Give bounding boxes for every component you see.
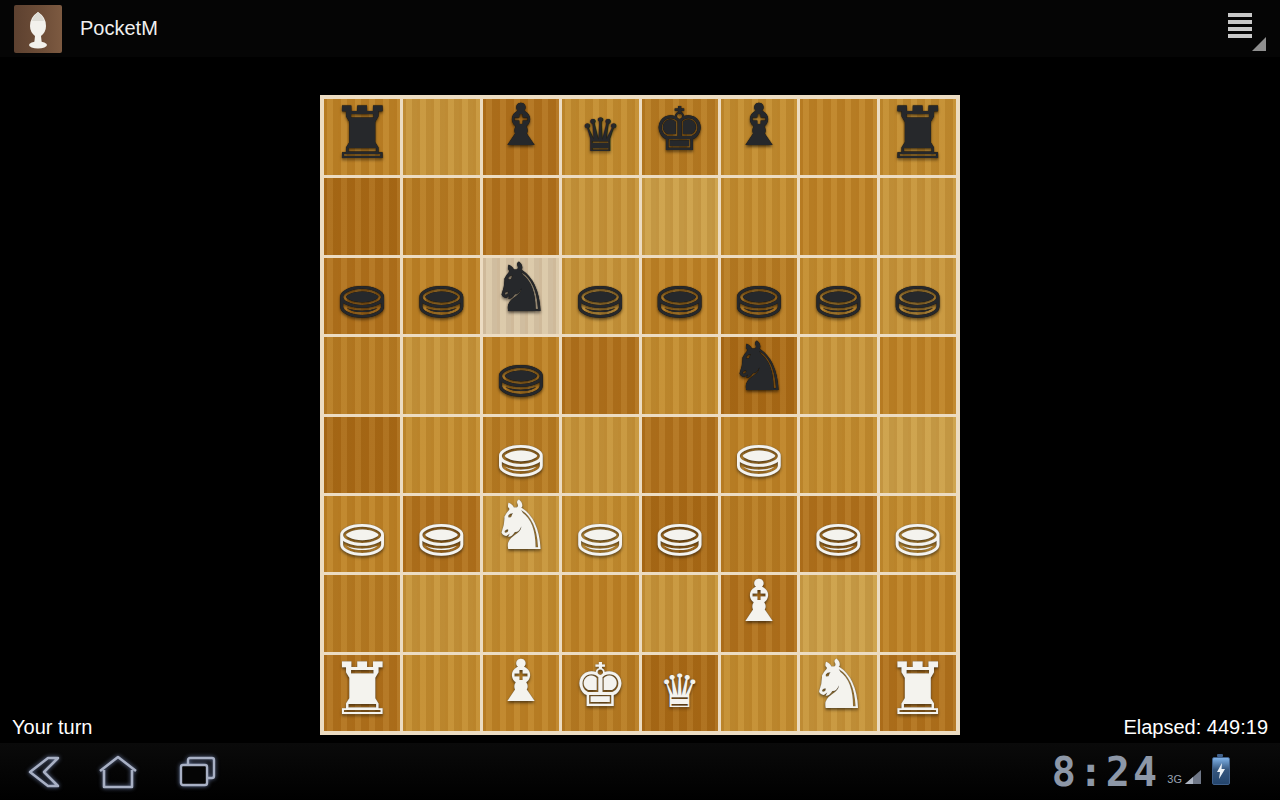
board-frame: ♜♝♛♚♝♜⛂⛂♞⛂⛂⛂⛂⛂⛂♞⛂⛂⛂⛂♞⛂⛂⛂⛂♝♜♝♚♛♞♜ [320, 95, 960, 735]
square-g7[interactable] [800, 178, 876, 254]
white-knight-c3[interactable]: ♞ [490, 492, 551, 560]
square-f2[interactable]: ♝ [721, 575, 797, 651]
app-title: PocketM [80, 0, 158, 57]
square-h7[interactable] [880, 178, 956, 254]
menu-bar [1228, 27, 1252, 31]
square-g2[interactable] [800, 575, 876, 651]
black-knight-c6[interactable]: ♞ [490, 254, 551, 322]
square-a3[interactable]: ⛂ [324, 496, 400, 572]
black-pawn-d6[interactable]: ⛂ [576, 269, 625, 327]
charging-bolt-icon [1216, 763, 1226, 779]
square-a7[interactable] [324, 178, 400, 254]
square-g8[interactable] [800, 99, 876, 175]
white-queen-e1[interactable]: ♛ [659, 668, 700, 714]
makruk-board: ♜♝♛♚♝♜⛂⛂♞⛂⛂⛂⛂⛂⛂♞⛂⛂⛂⛂♞⛂⛂⛂⛂♝♜♝♚♛♞♜ [324, 99, 956, 731]
square-c2[interactable] [483, 575, 559, 651]
square-h3[interactable]: ⛂ [880, 496, 956, 572]
back-icon [20, 754, 64, 790]
signal-strength-icon [1184, 769, 1202, 785]
white-rook-h1[interactable]: ♜ [886, 653, 951, 725]
white-pawn-h3[interactable]: ⛂ [894, 507, 943, 565]
square-g4[interactable] [800, 417, 876, 493]
square-e6[interactable]: ⛂ [642, 258, 718, 334]
square-a6[interactable]: ⛂ [324, 258, 400, 334]
black-pawn-a6[interactable]: ⛂ [338, 269, 387, 327]
white-pawn-f4[interactable]: ⛂ [735, 428, 784, 486]
square-d2[interactable] [562, 575, 638, 651]
black-bishop-c8[interactable]: ♝ [495, 96, 547, 154]
square-f3[interactable] [721, 496, 797, 572]
black-bishop-f8[interactable]: ♝ [733, 96, 785, 154]
square-f6[interactable]: ⛂ [721, 258, 797, 334]
square-f8[interactable]: ♝ [721, 99, 797, 175]
white-pawn-e3[interactable]: ⛂ [655, 507, 704, 565]
square-e2[interactable] [642, 575, 718, 651]
white-pawn-a3[interactable]: ⛂ [338, 507, 387, 565]
turn-status: Your turn [12, 716, 92, 739]
white-rook-a1[interactable]: ♜ [330, 653, 395, 725]
square-c6[interactable]: ♞ [483, 258, 559, 334]
battery-icon[interactable] [1212, 757, 1230, 785]
black-pawn-f6[interactable]: ⛂ [735, 269, 784, 327]
recent-apps-button[interactable] [166, 752, 230, 792]
square-c3[interactable]: ♞ [483, 496, 559, 572]
menu-bar [1228, 13, 1252, 17]
square-a5[interactable] [324, 337, 400, 413]
status-row: Your turn Elapsed: 449:19 [0, 712, 1280, 746]
action-bar: PocketM [0, 0, 1280, 57]
black-pawn-g6[interactable]: ⛂ [814, 269, 863, 327]
menu-bar [1228, 34, 1252, 38]
square-f5[interactable]: ♞ [721, 337, 797, 413]
square-b5[interactable] [403, 337, 479, 413]
black-knight-f5[interactable]: ♞ [729, 333, 790, 401]
black-pawn-h6[interactable]: ⛂ [894, 269, 943, 327]
square-b2[interactable] [403, 575, 479, 651]
home-button[interactable] [86, 752, 150, 792]
white-pawn-b3[interactable]: ⛂ [417, 507, 466, 565]
white-pawn-c4[interactable]: ⛂ [497, 428, 546, 486]
square-h8[interactable]: ♜ [880, 99, 956, 175]
square-a1[interactable]: ♜ [324, 655, 400, 731]
home-icon [95, 753, 141, 791]
system-clock[interactable]: 8:24 [1052, 749, 1160, 795]
square-d7[interactable] [562, 178, 638, 254]
black-pawn-b6[interactable]: ⛂ [417, 269, 466, 327]
square-b7[interactable] [403, 178, 479, 254]
square-g1[interactable]: ♞ [800, 655, 876, 731]
square-b6[interactable]: ⛂ [403, 258, 479, 334]
square-h4[interactable] [880, 417, 956, 493]
square-e5[interactable] [642, 337, 718, 413]
black-queen-d8[interactable]: ♛ [580, 112, 621, 158]
square-a4[interactable] [324, 417, 400, 493]
square-d6[interactable]: ⛂ [562, 258, 638, 334]
square-e7[interactable] [642, 178, 718, 254]
white-knight-g1[interactable]: ♞ [808, 651, 869, 719]
square-e4[interactable] [642, 417, 718, 493]
square-h5[interactable] [880, 337, 956, 413]
white-pawn-g3[interactable]: ⛂ [814, 507, 863, 565]
square-d8[interactable]: ♛ [562, 99, 638, 175]
white-bishop-f2[interactable]: ♝ [733, 572, 785, 630]
menu-corner-triangle [1252, 37, 1266, 51]
black-rook-a8[interactable]: ♜ [330, 97, 395, 169]
square-b4[interactable] [403, 417, 479, 493]
recent-apps-icon [176, 754, 220, 790]
square-g5[interactable] [800, 337, 876, 413]
square-g6[interactable]: ⛂ [800, 258, 876, 334]
network-indicator[interactable]: 3G [1167, 769, 1202, 785]
black-rook-h8[interactable]: ♜ [886, 97, 951, 169]
square-h6[interactable]: ⛂ [880, 258, 956, 334]
square-a2[interactable] [324, 575, 400, 651]
square-d5[interactable] [562, 337, 638, 413]
white-bishop-c1[interactable]: ♝ [495, 652, 547, 710]
square-c8[interactable]: ♝ [483, 99, 559, 175]
square-f7[interactable] [721, 178, 797, 254]
square-e3[interactable]: ⛂ [642, 496, 718, 572]
square-c4[interactable]: ⛂ [483, 417, 559, 493]
white-pawn-d3[interactable]: ⛂ [576, 507, 625, 565]
network-type-label: 3G [1167, 773, 1182, 785]
square-b8[interactable] [403, 99, 479, 175]
square-b3[interactable]: ⛂ [403, 496, 479, 572]
black-pawn-e6[interactable]: ⛂ [655, 269, 704, 327]
square-d4[interactable] [562, 417, 638, 493]
makruk-piece-icon [21, 9, 55, 49]
square-f4[interactable]: ⛂ [721, 417, 797, 493]
square-h2[interactable] [880, 575, 956, 651]
elapsed-time: Elapsed: 449:19 [1123, 716, 1268, 739]
back-button[interactable] [10, 752, 74, 792]
square-a8[interactable]: ♜ [324, 99, 400, 175]
black-king-e8[interactable]: ♚ [653, 99, 707, 159]
square-g3[interactable]: ⛂ [800, 496, 876, 572]
black-pawn-c5[interactable]: ⛂ [497, 348, 546, 406]
square-h1[interactable]: ♜ [880, 655, 956, 731]
white-king-d1[interactable]: ♚ [573, 655, 627, 715]
square-c7[interactable] [483, 178, 559, 254]
app-icon [14, 5, 62, 53]
system-bar: 8:24 3G [0, 743, 1280, 800]
square-d3[interactable]: ⛂ [562, 496, 638, 572]
square-e8[interactable]: ♚ [642, 99, 718, 175]
square-d1[interactable]: ♚ [562, 655, 638, 731]
square-c5[interactable]: ⛂ [483, 337, 559, 413]
menu-bar [1228, 20, 1252, 24]
overflow-menu-icon[interactable] [1228, 13, 1258, 45]
